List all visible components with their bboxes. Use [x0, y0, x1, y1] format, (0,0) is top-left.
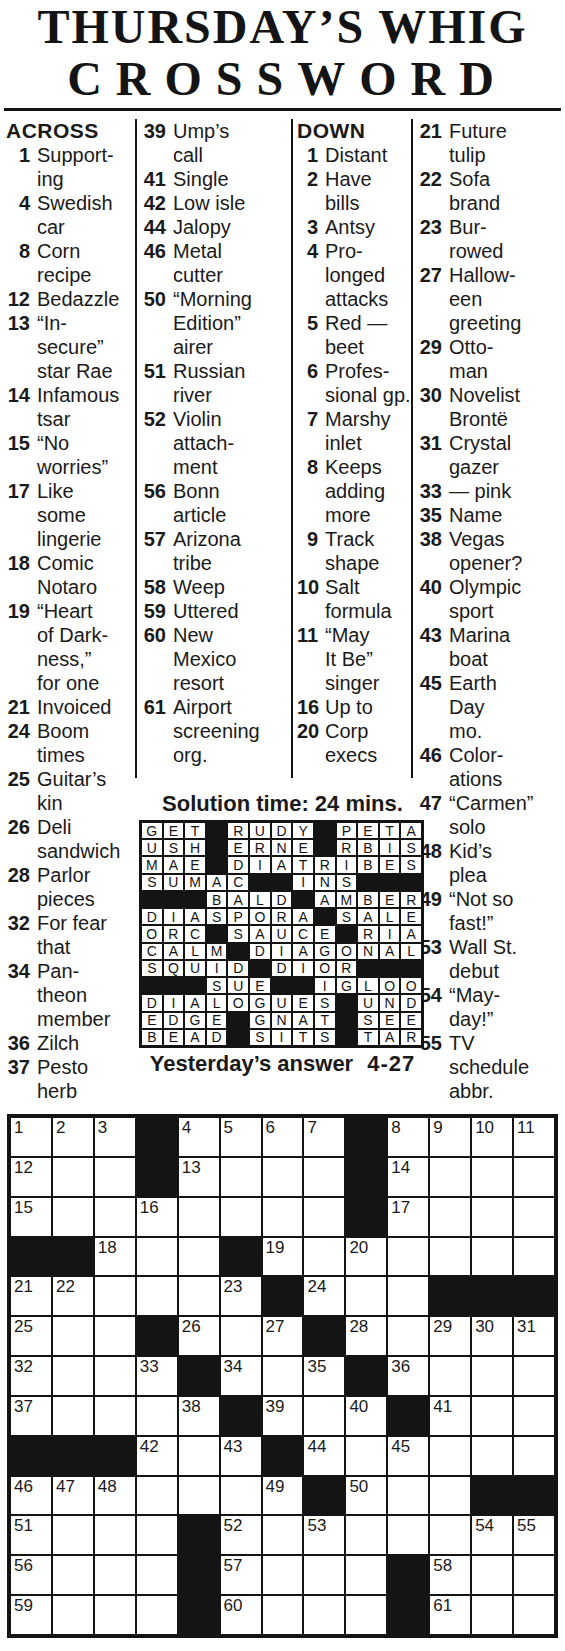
answer-cell-r12c3: G — [184, 1012, 206, 1029]
grid-cell-r4c7[interactable]: 19 — [262, 1237, 304, 1277]
answer-cell-r2c2: S — [163, 839, 185, 856]
answer-cell-r7c1: O — [141, 925, 163, 942]
grid-cell-r5c10[interactable] — [387, 1276, 429, 1316]
grid-cell-r3c13[interactable] — [513, 1197, 555, 1237]
answer-black-cell — [336, 994, 358, 1011]
clue-text: Track shape — [325, 527, 411, 575]
grid-cell-r12c8[interactable] — [303, 1555, 345, 1595]
grid-cell-r2c6[interactable] — [220, 1157, 262, 1197]
grid-cell-r13c6[interactable]: 60 — [220, 1595, 262, 1635]
grid-cell-r8c11[interactable]: 41 — [429, 1396, 471, 1436]
clue-across-57: 57Arizona tribe — [142, 527, 271, 575]
grid-cell-r6c2[interactable] — [52, 1316, 94, 1356]
clue-down-31: 31Crystal gazer — [417, 431, 563, 479]
clue-across-59: 59Uttered — [142, 599, 271, 623]
grid-cell-r3c1[interactable]: 15 — [10, 1197, 52, 1237]
grid-cell-r13c4[interactable] — [136, 1595, 178, 1635]
answer-cell-r7c9: E — [314, 925, 336, 942]
yesterday-answer-grid: GETRUDYPETAUSHERNERBISMAEDIATRIBESSUMACI… — [139, 820, 424, 1048]
grid-cell-r8c5[interactable]: 38 — [178, 1396, 220, 1436]
grid-cell-r12c12[interactable] — [471, 1555, 513, 1595]
grid-cell-r8c2[interactable] — [52, 1396, 94, 1436]
answer-cell-r10c12: O — [379, 977, 401, 994]
clue-number: 18 — [6, 551, 30, 575]
answer-cell-r1c12: T — [379, 822, 401, 839]
clue-across-42: 42Low isle — [142, 191, 271, 215]
grid-cell-r5c3[interactable] — [94, 1276, 136, 1316]
grid-cell-r2c2[interactable] — [52, 1157, 94, 1197]
answer-cell-r5c7: D — [271, 891, 293, 908]
grid-cell-r3c3[interactable] — [94, 1197, 136, 1237]
clue-number: 27 — [417, 263, 442, 287]
grid-cell-r11c10[interactable] — [387, 1515, 429, 1555]
grid-cell-r13c7[interactable] — [262, 1595, 304, 1635]
grid-cell-r5c5[interactable] — [178, 1276, 220, 1316]
grid-cell-r13c12[interactable] — [471, 1595, 513, 1635]
grid-cell-r11c9[interactable] — [345, 1515, 387, 1555]
grid-cell-r9c9[interactable] — [345, 1436, 387, 1476]
answer-cell-r9c2: Q — [163, 960, 185, 977]
grid-cell-r6c5[interactable]: 26 — [178, 1316, 220, 1356]
grid-cell-r11c8[interactable]: 53 — [303, 1515, 345, 1555]
grid-cell-r12c2[interactable] — [52, 1555, 94, 1595]
answer-cell-r12c1: E — [141, 1012, 163, 1029]
answer-cell-r6c6: O — [249, 908, 271, 925]
clue-down-2: 2Have bills — [297, 167, 411, 215]
grid-cell-r12c13[interactable] — [513, 1555, 555, 1595]
clue-text: Infamous tsar — [37, 383, 135, 431]
yesterday-solution-block: Solution time: 24 mins. GETRUDYPETAUSHER… — [139, 791, 426, 1076]
clue-across-60: 60New Mexico resort — [142, 623, 271, 695]
grid-cell-r3c2[interactable] — [52, 1197, 94, 1237]
title-divider — [4, 108, 561, 111]
grid-cell-r4c13[interactable] — [513, 1237, 555, 1277]
grid-cell-r4c9[interactable]: 20 — [345, 1237, 387, 1277]
grid-cell-r10c5[interactable] — [178, 1476, 220, 1516]
answer-cell-r4c9: N — [314, 874, 336, 891]
answer-cell-r2c12: I — [379, 839, 401, 856]
clue-text: Metal cutter — [173, 239, 271, 287]
clue-down-38: 38Vegas opener? — [417, 527, 563, 575]
clue-number: 14 — [6, 383, 30, 407]
grid-cell-r8c3[interactable] — [94, 1396, 136, 1436]
grid-cell-r2c11[interactable] — [429, 1157, 471, 1197]
grid-cell-r1c6[interactable]: 5 — [220, 1117, 262, 1157]
clue-text: Sofa brand — [449, 167, 563, 215]
grid-cell-r13c11[interactable]: 61 — [429, 1595, 471, 1635]
grid-cell-r10c9[interactable]: 50 — [345, 1476, 387, 1516]
answer-cell-r4c8: I — [292, 874, 314, 891]
cell-number-21: 21 — [14, 1278, 33, 1297]
grid-cell-r9c8[interactable]: 44 — [303, 1436, 345, 1476]
cell-number-31: 31 — [517, 1318, 536, 1337]
grid-cell-r10c2[interactable]: 47 — [52, 1476, 94, 1516]
answer-cell-r12c9: T — [314, 1012, 336, 1029]
grid-cell-r1c1[interactable]: 1 — [10, 1117, 52, 1157]
answer-cell-r10c13: O — [400, 977, 422, 994]
clue-number: 2 — [297, 167, 318, 191]
answer-cell-r13c1: B — [141, 1029, 163, 1046]
answer-cell-r9c4: I — [206, 960, 228, 977]
grid-cell-r10c6[interactable] — [220, 1476, 262, 1516]
grid-cell-r13c2[interactable] — [52, 1595, 94, 1635]
grid-cell-r12c6[interactable]: 57 — [220, 1555, 262, 1595]
clue-number: 41 — [142, 167, 166, 191]
grid-cell-r10c1[interactable]: 46 — [10, 1476, 52, 1516]
grid-cell-r10c11[interactable] — [429, 1476, 471, 1516]
clue-across-1: 1Support- ing — [6, 143, 135, 191]
title-line-2: CROSSWORD — [0, 54, 565, 104]
answer-cell-r6c11: A — [357, 908, 379, 925]
answer-cell-r6c7: R — [271, 908, 293, 925]
clue-text: Support- ing — [37, 143, 135, 191]
clue-number: 44 — [142, 215, 166, 239]
answer-cell-r9c3: U — [184, 960, 206, 977]
cell-number-14: 14 — [391, 1159, 410, 1178]
clue-number: 8 — [6, 239, 30, 263]
grid-cell-r9c13[interactable] — [513, 1436, 555, 1476]
grid-cell-r1c5[interactable]: 4 — [178, 1117, 220, 1157]
grid-black-cell-r12c10 — [387, 1555, 429, 1595]
answer-cell-r7c8: C — [292, 925, 314, 942]
grid-cell-r4c10[interactable] — [387, 1237, 429, 1277]
answer-cell-r8c9: G — [314, 943, 336, 960]
grid-cell-r12c1[interactable]: 56 — [10, 1555, 52, 1595]
grid-cell-r1c8[interactable]: 7 — [303, 1117, 345, 1157]
grid-cell-r7c11[interactable] — [429, 1356, 471, 1396]
grid-cell-r9c5[interactable] — [178, 1436, 220, 1476]
clue-down-47: 47“Carmen” solo — [417, 791, 563, 839]
clue-number: 1 — [6, 143, 30, 167]
answer-black-cell — [163, 977, 185, 994]
grid-cell-r1c2[interactable]: 2 — [52, 1117, 94, 1157]
answer-black-cell — [249, 960, 271, 977]
cell-number-1: 1 — [14, 1119, 23, 1138]
answer-cell-r1c10: P — [336, 822, 358, 839]
answer-black-cell — [292, 977, 314, 994]
grid-cell-r9c12[interactable] — [471, 1436, 513, 1476]
grid-cell-r12c11[interactable]: 58 — [429, 1555, 471, 1595]
grid-cell-r12c9[interactable] — [345, 1555, 387, 1595]
answer-cell-r1c2: E — [163, 822, 185, 839]
cell-number-29: 29 — [433, 1318, 452, 1337]
grid-cell-r7c2[interactable] — [52, 1356, 94, 1396]
answer-cell-r13c9: S — [314, 1029, 336, 1046]
grid-cell-r5c9[interactable] — [345, 1276, 387, 1316]
clue-text: Corp execs — [325, 719, 411, 767]
cell-number-9: 9 — [433, 1119, 442, 1138]
grid-cell-r7c10[interactable]: 36 — [387, 1356, 429, 1396]
answer-black-cell — [227, 1029, 249, 1046]
answer-cell-r13c13: R — [400, 1029, 422, 1046]
clue-number: 25 — [6, 767, 30, 791]
clue-down-27: 27Hallow- een greeting — [417, 263, 563, 335]
grid-cell-r12c7[interactable] — [262, 1555, 304, 1595]
grid-cell-r2c12[interactable] — [471, 1157, 513, 1197]
grid-black-cell-r5c11 — [429, 1276, 471, 1316]
grid-cell-r7c12[interactable] — [471, 1356, 513, 1396]
grid-cell-r2c3[interactable] — [94, 1157, 136, 1197]
answer-black-cell — [400, 874, 422, 891]
grid-cell-r6c13[interactable]: 31 — [513, 1316, 555, 1356]
grid-cell-r12c4[interactable] — [136, 1555, 178, 1595]
clue-text: Russian river — [173, 359, 271, 407]
clue-text: “No worries” — [37, 431, 135, 479]
grid-cell-r2c7[interactable] — [262, 1157, 304, 1197]
grid-cell-r3c11[interactable] — [429, 1197, 471, 1237]
answer-black-cell — [271, 874, 293, 891]
clue-number: 4 — [297, 239, 318, 263]
grid-cell-r6c1[interactable]: 25 — [10, 1316, 52, 1356]
answer-cell-r2c7: N — [271, 839, 293, 856]
cell-number-26: 26 — [182, 1318, 201, 1337]
clue-down-7: 7Marshy inlet — [297, 407, 411, 455]
grid-cell-r7c7[interactable] — [262, 1356, 304, 1396]
grid-black-cell-r10c8 — [303, 1476, 345, 1516]
answer-cell-r1c3: T — [184, 822, 206, 839]
grid-cell-r8c1[interactable]: 37 — [10, 1396, 52, 1436]
grid-cell-r7c3[interactable] — [94, 1356, 136, 1396]
grid-cell-r8c12[interactable] — [471, 1396, 513, 1436]
answer-cell-r3c12: E — [379, 856, 401, 873]
grid-black-cell-r9c2 — [52, 1436, 94, 1476]
clue-number: 43 — [417, 623, 442, 647]
clue-number: 21 — [6, 695, 30, 719]
grid-cell-r4c12[interactable] — [471, 1237, 513, 1277]
grid-cell-r5c4[interactable] — [136, 1276, 178, 1316]
clue-down-9: 9Track shape — [297, 527, 411, 575]
grid-cell-r3c8[interactable] — [303, 1197, 345, 1237]
clue-number: 23 — [417, 215, 442, 239]
grid-black-cell-r1c4 — [136, 1117, 178, 1157]
clue-across-32: 32For fear that — [6, 911, 135, 959]
grid-cell-r5c6[interactable]: 23 — [220, 1276, 262, 1316]
grid-cell-r1c11[interactable]: 9 — [429, 1117, 471, 1157]
grid-cell-r7c1[interactable]: 32 — [10, 1356, 52, 1396]
cell-number-54: 54 — [475, 1517, 494, 1536]
grid-cell-r6c9[interactable]: 28 — [345, 1316, 387, 1356]
answer-cell-r4c1: S — [141, 874, 163, 891]
grid-cell-r1c12[interactable]: 10 — [471, 1117, 513, 1157]
grid-cell-r11c7[interactable] — [262, 1515, 304, 1555]
answer-cell-r7c11: R — [357, 925, 379, 942]
grid-cell-r4c3[interactable]: 18 — [94, 1237, 136, 1277]
answer-cell-r10c6: E — [249, 977, 271, 994]
clue-across-37: 37Pesto herb — [6, 1055, 135, 1103]
date-label: 4-27 — [367, 1051, 415, 1076]
grid-black-cell-r4c1 — [10, 1237, 52, 1277]
answer-cell-r7c13: A — [400, 925, 422, 942]
answer-cell-r8c4: M — [206, 943, 228, 960]
clue-column-2: 39Ump’s call41Single42Low isle44Jalopy46… — [142, 119, 271, 767]
clue-text: Red — beet — [325, 311, 411, 359]
answer-cell-r13c8: T — [292, 1029, 314, 1046]
grid-cell-r6c10[interactable] — [387, 1316, 429, 1356]
grid-cell-r7c13[interactable] — [513, 1356, 555, 1396]
grid-cell-r7c8[interactable]: 35 — [303, 1356, 345, 1396]
grid-black-cell-r2c4 — [136, 1157, 178, 1197]
grid-cell-r8c8[interactable] — [303, 1396, 345, 1436]
grid-cell-r11c11[interactable] — [429, 1515, 471, 1555]
grid-cell-r3c5[interactable] — [178, 1197, 220, 1237]
answer-cell-r3c1: M — [141, 856, 163, 873]
grid-cell-r11c12[interactable]: 54 — [471, 1515, 513, 1555]
clue-across-28: 28Parlor pieces — [6, 863, 135, 911]
clue-text: “Morning Edition” airer — [173, 287, 271, 359]
column-divider-1 — [135, 119, 137, 778]
clue-number: 11 — [297, 623, 318, 647]
grid-cell-r5c1[interactable]: 21 — [10, 1276, 52, 1316]
grid-cell-r10c4[interactable] — [136, 1476, 178, 1516]
answer-black-cell — [249, 874, 271, 891]
clue-number: 32 — [6, 911, 30, 935]
cell-number-51: 51 — [14, 1517, 33, 1536]
grid-cell-r11c6[interactable]: 52 — [220, 1515, 262, 1555]
down-header: DOWN — [297, 119, 411, 143]
clue-column-1: ACROSS1Support- ing4Swedish car8Corn rec… — [6, 119, 135, 1103]
grid-cell-r10c3[interactable]: 48 — [94, 1476, 136, 1516]
cell-number-50: 50 — [349, 1478, 368, 1497]
cell-number-45: 45 — [391, 1438, 410, 1457]
cell-number-23: 23 — [224, 1278, 243, 1297]
clue-text: Pro- longed attacks — [325, 239, 411, 311]
cell-number-40: 40 — [349, 1398, 368, 1417]
answer-cell-r6c4: S — [206, 908, 228, 925]
clue-down-4: 4Pro- longed attacks — [297, 239, 411, 311]
cell-number-27: 27 — [266, 1318, 285, 1337]
grid-cell-r2c1[interactable]: 12 — [10, 1157, 52, 1197]
clue-text: Profes- sional gp. — [325, 359, 411, 407]
grid-cell-r5c8[interactable]: 24 — [303, 1276, 345, 1316]
grid-cell-r4c11[interactable] — [429, 1237, 471, 1277]
answer-cell-r1c13: A — [400, 822, 422, 839]
clue-text: Wall St. debut — [449, 935, 563, 983]
grid-cell-r11c13[interactable]: 55 — [513, 1515, 555, 1555]
grid-cell-r7c4[interactable]: 33 — [136, 1356, 178, 1396]
answer-cell-r6c5: P — [227, 908, 249, 925]
grid-cell-r6c11[interactable]: 29 — [429, 1316, 471, 1356]
answer-black-cell — [314, 908, 336, 925]
grid-cell-r11c4[interactable] — [136, 1515, 178, 1555]
grid-cell-r4c5[interactable] — [178, 1237, 220, 1277]
answer-cell-r3c11: B — [357, 856, 379, 873]
clue-number: 40 — [417, 575, 442, 599]
answer-cell-r13c6: S — [249, 1029, 271, 1046]
clue-column-3: DOWN1Distant2Have bills3Antsy4Pro- longe… — [297, 119, 411, 767]
grid-cell-r8c4[interactable] — [136, 1396, 178, 1436]
answer-cell-r11c9: S — [314, 994, 336, 1011]
grid-cell-r4c8[interactable] — [303, 1237, 345, 1277]
grid-cell-r5c2[interactable]: 22 — [52, 1276, 94, 1316]
grid-cell-r11c1[interactable]: 51 — [10, 1515, 52, 1555]
grid-cell-r13c8[interactable] — [303, 1595, 345, 1635]
grid-black-cell-r3c9 — [345, 1197, 387, 1237]
answer-cell-r5c9: A — [314, 891, 336, 908]
clue-text: Like some lingerie — [37, 479, 135, 551]
grid-cell-r13c13[interactable] — [513, 1595, 555, 1635]
grid-cell-r7c6[interactable]: 34 — [220, 1356, 262, 1396]
clue-number: 39 — [142, 119, 166, 143]
grid-cell-r8c7[interactable]: 39 — [262, 1396, 304, 1436]
answer-cell-r13c12: A — [379, 1029, 401, 1046]
grid-cell-r6c12[interactable]: 30 — [471, 1316, 513, 1356]
answer-cell-r12c11: S — [357, 1012, 379, 1029]
grid-cell-r3c6[interactable] — [220, 1197, 262, 1237]
grid-cell-r3c12[interactable] — [471, 1197, 513, 1237]
grid-cell-r10c7[interactable]: 49 — [262, 1476, 304, 1516]
clue-number: 42 — [142, 191, 166, 215]
clue-number: 37 — [6, 1055, 30, 1079]
clue-down-43: 43Marina boat — [417, 623, 563, 671]
cell-number-25: 25 — [14, 1318, 33, 1337]
grid-cell-r3c10[interactable]: 17 — [387, 1197, 429, 1237]
cell-number-13: 13 — [182, 1159, 201, 1178]
clue-text: Guitar’s kin — [37, 767, 135, 815]
grid-cell-r13c3[interactable] — [94, 1595, 136, 1635]
grid-cell-r6c7[interactable]: 27 — [262, 1316, 304, 1356]
grid-cell-r10c10[interactable] — [387, 1476, 429, 1516]
answer-cell-r13c2: E — [163, 1029, 185, 1046]
grid-cell-r11c2[interactable] — [52, 1515, 94, 1555]
answer-cell-r6c3: A — [184, 908, 206, 925]
grid-cell-r2c8[interactable] — [303, 1157, 345, 1197]
grid-cell-r4c4[interactable] — [136, 1237, 178, 1277]
grid-cell-r9c10[interactable]: 45 — [387, 1436, 429, 1476]
answer-cell-r1c5: R — [227, 822, 249, 839]
grid-cell-r3c4[interactable]: 16 — [136, 1197, 178, 1237]
grid-cell-r1c7[interactable]: 6 — [262, 1117, 304, 1157]
grid-cell-r1c13[interactable]: 11 — [513, 1117, 555, 1157]
clue-text: TV schedule abbr. — [449, 1031, 563, 1103]
grid-cell-r8c13[interactable] — [513, 1396, 555, 1436]
grid-cell-r6c6[interactable] — [220, 1316, 262, 1356]
clue-text: “May It Be” singer — [325, 623, 411, 695]
clue-number: 46 — [142, 239, 166, 263]
cell-number-52: 52 — [224, 1517, 243, 1536]
grid-cell-r13c1[interactable]: 59 — [10, 1595, 52, 1635]
clue-number: 9 — [297, 527, 318, 551]
clue-across-25: 25Guitar’s kin — [6, 767, 135, 815]
grid-cell-r6c3[interactable] — [94, 1316, 136, 1356]
answer-cell-r13c4: D — [206, 1029, 228, 1046]
grid-cell-r9c6[interactable]: 43 — [220, 1436, 262, 1476]
grid-cell-r1c10[interactable]: 8 — [387, 1117, 429, 1157]
cell-number-56: 56 — [14, 1557, 33, 1576]
grid-cell-r9c11[interactable] — [429, 1436, 471, 1476]
grid-cell-r2c10[interactable]: 14 — [387, 1157, 429, 1197]
grid-black-cell-r13c5 — [178, 1595, 220, 1635]
answer-black-cell — [206, 839, 228, 856]
clue-number: 24 — [6, 719, 30, 743]
grid-cell-r1c3[interactable]: 3 — [94, 1117, 136, 1157]
grid-cell-r8c9[interactable]: 40 — [345, 1396, 387, 1436]
cell-number-18: 18 — [98, 1239, 117, 1258]
grid-cell-r11c3[interactable] — [94, 1515, 136, 1555]
clue-text: Bedazzle — [37, 287, 135, 311]
grid-cell-r3c7[interactable] — [262, 1197, 304, 1237]
grid-cell-r2c5[interactable]: 13 — [178, 1157, 220, 1197]
clue-number: 22 — [417, 167, 442, 191]
clue-text: Boom times — [37, 719, 135, 767]
grid-cell-r12c3[interactable] — [94, 1555, 136, 1595]
grid-cell-r2c13[interactable] — [513, 1157, 555, 1197]
grid-cell-r13c9[interactable] — [345, 1595, 387, 1635]
clue-number: 16 — [297, 695, 318, 719]
grid-cell-r9c4[interactable]: 42 — [136, 1436, 178, 1476]
clue-number: 26 — [6, 815, 30, 839]
clue-down-21: 21Future tulip — [417, 119, 563, 167]
clue-down-53: 53Wall St. debut — [417, 935, 563, 983]
